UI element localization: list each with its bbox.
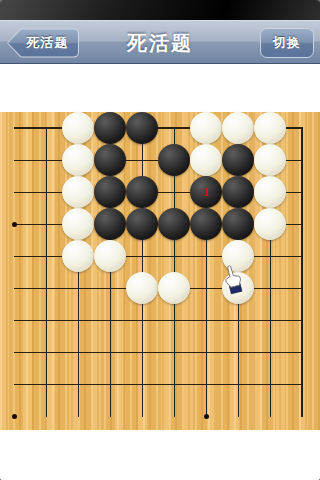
stone-white — [62, 112, 94, 144]
app-screen: 死活题 死活题 切换 1 — [0, 0, 320, 480]
stone-white — [126, 272, 158, 304]
stone-white — [190, 112, 222, 144]
stone-black — [222, 144, 254, 176]
stone-white — [222, 272, 254, 304]
stone-white — [222, 112, 254, 144]
grid-line-horizontal — [14, 256, 303, 257]
stone-white — [254, 176, 286, 208]
stone-black: 1 — [190, 176, 222, 208]
grid-line-horizontal — [14, 320, 303, 321]
stone-white — [62, 208, 94, 240]
stone-black — [222, 208, 254, 240]
stone-white — [254, 144, 286, 176]
stone-white — [62, 240, 94, 272]
grid-line-horizontal — [14, 384, 303, 385]
stone-black — [94, 112, 126, 144]
stone-black — [126, 112, 158, 144]
stone-white — [94, 240, 126, 272]
stone-black — [126, 208, 158, 240]
grid-line-horizontal — [14, 352, 303, 353]
switch-button-label: 切换 — [273, 34, 301, 52]
grid-line-vertical — [301, 127, 303, 417]
stone-white — [254, 112, 286, 144]
content-area: 1 — [0, 64, 320, 480]
stone-black — [94, 176, 126, 208]
move-marker: 1 — [190, 176, 222, 208]
stone-black — [222, 176, 254, 208]
stone-black — [190, 208, 222, 240]
go-board[interactable]: 1 — [0, 112, 320, 430]
stone-black — [94, 208, 126, 240]
stone-black — [158, 144, 190, 176]
stone-white — [62, 176, 94, 208]
stone-white — [222, 240, 254, 272]
stone-black — [158, 208, 190, 240]
nav-bar: 死活题 死活题 切换 — [0, 20, 320, 64]
star-point — [12, 222, 17, 227]
stone-white — [190, 144, 222, 176]
grid-line-vertical — [46, 127, 47, 417]
stone-black — [94, 144, 126, 176]
stone-white — [62, 144, 94, 176]
stone-white — [254, 208, 286, 240]
star-point — [12, 414, 17, 419]
switch-button[interactable]: 切换 — [260, 28, 314, 58]
stone-black — [126, 176, 158, 208]
star-point — [204, 414, 209, 419]
stone-white — [158, 272, 190, 304]
status-bar — [0, 0, 320, 20]
